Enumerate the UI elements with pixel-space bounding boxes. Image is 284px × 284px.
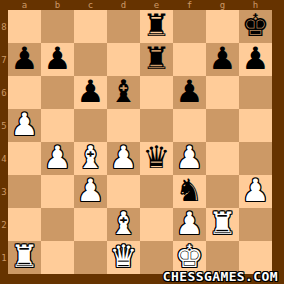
square-e3[interactable] [140, 175, 173, 208]
square-g2[interactable]: ♜ [206, 208, 239, 241]
black-king: ♚ [242, 10, 270, 41]
white-pawn: ♟ [176, 208, 204, 239]
square-c6[interactable]: ♟ [74, 76, 107, 109]
chess-diagram: abcdefgh 87654321 ♜♚♟♟♜♟♟♟♝♟♟♟♝♟♛♟♟♞♟♝♟♜… [0, 0, 284, 284]
square-b3[interactable] [41, 175, 74, 208]
square-b4[interactable]: ♟ [41, 142, 74, 175]
square-d4[interactable]: ♟ [107, 142, 140, 175]
white-rook: ♜ [209, 208, 237, 239]
white-pawn: ♟ [44, 142, 72, 173]
square-h8[interactable]: ♚ [239, 10, 272, 43]
white-bishop: ♝ [110, 208, 138, 239]
square-a6[interactable] [8, 76, 41, 109]
black-pawn: ♟ [209, 43, 237, 74]
square-d3[interactable] [107, 175, 140, 208]
square-a7[interactable]: ♟ [8, 43, 41, 76]
square-a1[interactable]: ♜ [8, 241, 41, 274]
file-label-c: c [74, 0, 107, 10]
square-e4[interactable]: ♛ [140, 142, 173, 175]
square-c7[interactable] [74, 43, 107, 76]
square-e2[interactable] [140, 208, 173, 241]
square-b8[interactable] [41, 10, 74, 43]
black-queen: ♛ [143, 142, 171, 173]
square-g7[interactable]: ♟ [206, 43, 239, 76]
rank-label-8: 8 [0, 10, 8, 43]
square-a3[interactable] [8, 175, 41, 208]
square-h3[interactable]: ♟ [239, 175, 272, 208]
file-labels: abcdefgh [8, 0, 272, 10]
square-b6[interactable] [41, 76, 74, 109]
square-e5[interactable] [140, 109, 173, 142]
white-pawn: ♟ [110, 142, 138, 173]
square-b7[interactable]: ♟ [41, 43, 74, 76]
file-label-f: f [173, 0, 206, 10]
square-h7[interactable]: ♟ [239, 43, 272, 76]
white-rook: ♜ [11, 241, 39, 272]
white-pawn: ♟ [242, 175, 270, 206]
square-b5[interactable] [41, 109, 74, 142]
square-f8[interactable] [173, 10, 206, 43]
square-h6[interactable] [239, 76, 272, 109]
rank-labels: 87654321 [0, 10, 8, 274]
square-f2[interactable]: ♟ [173, 208, 206, 241]
square-h5[interactable] [239, 109, 272, 142]
white-pawn: ♟ [77, 175, 105, 206]
square-g5[interactable] [206, 109, 239, 142]
square-a8[interactable] [8, 10, 41, 43]
square-d8[interactable] [107, 10, 140, 43]
square-h2[interactable] [239, 208, 272, 241]
black-pawn: ♟ [242, 43, 270, 74]
black-rook: ♜ [143, 10, 171, 41]
rank-label-4: 4 [0, 142, 8, 175]
square-c3[interactable]: ♟ [74, 175, 107, 208]
white-pawn: ♟ [176, 142, 204, 173]
file-label-b: b [41, 0, 74, 10]
square-g8[interactable] [206, 10, 239, 43]
square-c2[interactable] [74, 208, 107, 241]
square-h4[interactable] [239, 142, 272, 175]
black-rook: ♜ [143, 43, 171, 74]
white-pawn: ♟ [11, 109, 39, 140]
chess-board: ♜♚♟♟♜♟♟♟♝♟♟♟♝♟♛♟♟♞♟♝♟♜♜♛♚ [8, 10, 272, 274]
square-g3[interactable] [206, 175, 239, 208]
square-f7[interactable] [173, 43, 206, 76]
black-pawn: ♟ [44, 43, 72, 74]
square-e6[interactable] [140, 76, 173, 109]
square-d7[interactable] [107, 43, 140, 76]
square-c1[interactable] [74, 241, 107, 274]
rank-label-7: 7 [0, 43, 8, 76]
rank-label-3: 3 [0, 175, 8, 208]
square-f5[interactable] [173, 109, 206, 142]
square-a2[interactable] [8, 208, 41, 241]
square-b1[interactable] [41, 241, 74, 274]
square-f3[interactable]: ♞ [173, 175, 206, 208]
square-d5[interactable] [107, 109, 140, 142]
black-pawn: ♟ [77, 76, 105, 107]
square-f4[interactable]: ♟ [173, 142, 206, 175]
square-a4[interactable] [8, 142, 41, 175]
black-knight: ♞ [176, 175, 204, 206]
rank-label-6: 6 [0, 76, 8, 109]
white-queen: ♛ [110, 241, 138, 272]
rank-label-2: 2 [0, 208, 8, 241]
square-d2[interactable]: ♝ [107, 208, 140, 241]
square-e8[interactable]: ♜ [140, 10, 173, 43]
white-king: ♚ [176, 241, 204, 272]
square-c4[interactable]: ♝ [74, 142, 107, 175]
file-label-d: d [107, 0, 140, 10]
black-pawn: ♟ [176, 76, 204, 107]
black-pawn: ♟ [11, 43, 39, 74]
rank-label-1: 1 [0, 241, 8, 274]
site-watermark: CHESSGAMES.COM [163, 269, 278, 284]
file-label-a: a [8, 0, 41, 10]
square-d6[interactable]: ♝ [107, 76, 140, 109]
black-bishop: ♝ [110, 76, 138, 107]
square-c5[interactable] [74, 109, 107, 142]
white-bishop: ♝ [77, 142, 105, 173]
square-g6[interactable] [206, 76, 239, 109]
square-b2[interactable] [41, 208, 74, 241]
file-label-g: g [206, 0, 239, 10]
square-a5[interactable]: ♟ [8, 109, 41, 142]
square-e7[interactable]: ♜ [140, 43, 173, 76]
square-g4[interactable] [206, 142, 239, 175]
square-c8[interactable] [74, 10, 107, 43]
square-d1[interactable]: ♛ [107, 241, 140, 274]
rank-label-5: 5 [0, 109, 8, 142]
square-f6[interactable]: ♟ [173, 76, 206, 109]
